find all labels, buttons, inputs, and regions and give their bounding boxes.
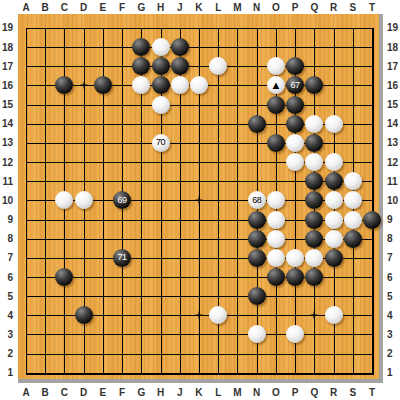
- intersection-P4[interactable]: [285, 306, 304, 325]
- intersection-P6[interactable]: [285, 267, 304, 286]
- intersection-T8[interactable]: [362, 229, 381, 248]
- intersection-J18[interactable]: [170, 38, 189, 57]
- intersection-S19[interactable]: [343, 18, 362, 37]
- intersection-R11[interactable]: [324, 172, 343, 191]
- intersection-F14[interactable]: [113, 114, 132, 133]
- intersection-M5[interactable]: [228, 287, 247, 306]
- intersection-M17[interactable]: [228, 57, 247, 76]
- intersection-P14[interactable]: [285, 114, 304, 133]
- intersection-L18[interactable]: [209, 38, 228, 57]
- intersection-R18[interactable]: [324, 38, 343, 57]
- intersection-Q6[interactable]: [305, 267, 324, 286]
- intersection-C7[interactable]: [55, 248, 74, 267]
- intersection-G5[interactable]: [132, 287, 151, 306]
- intersection-E17[interactable]: [93, 57, 112, 76]
- intersection-B1[interactable]: [36, 363, 55, 382]
- intersection-D13[interactable]: [74, 133, 93, 152]
- intersection-P7[interactable]: [285, 248, 304, 267]
- intersection-B15[interactable]: [36, 95, 55, 114]
- intersection-N18[interactable]: [247, 38, 266, 57]
- intersection-H13[interactable]: 70: [151, 133, 170, 152]
- intersection-T11[interactable]: [362, 172, 381, 191]
- intersection-Q3[interactable]: [305, 325, 324, 344]
- intersection-T7[interactable]: [362, 248, 381, 267]
- intersection-B9[interactable]: [36, 210, 55, 229]
- intersection-F18[interactable]: [113, 38, 132, 57]
- intersection-T18[interactable]: [362, 38, 381, 57]
- intersection-T9[interactable]: [362, 210, 381, 229]
- intersection-T13[interactable]: [362, 133, 381, 152]
- intersection-N14[interactable]: [247, 114, 266, 133]
- intersection-C4[interactable]: [55, 306, 74, 325]
- intersection-L19[interactable]: [209, 18, 228, 37]
- intersection-D8[interactable]: [74, 229, 93, 248]
- intersection-S11[interactable]: [343, 172, 362, 191]
- intersection-L13[interactable]: [209, 133, 228, 152]
- intersection-C12[interactable]: [55, 152, 74, 171]
- intersection-J6[interactable]: [170, 267, 189, 286]
- intersection-N16[interactable]: [247, 76, 266, 95]
- intersection-A2[interactable]: [16, 344, 35, 363]
- intersection-H5[interactable]: [151, 287, 170, 306]
- intersection-T6[interactable]: [362, 267, 381, 286]
- intersection-D12[interactable]: [74, 152, 93, 171]
- intersection-O5[interactable]: [266, 287, 285, 306]
- intersection-O14[interactable]: [266, 114, 285, 133]
- intersection-S12[interactable]: [343, 152, 362, 171]
- intersection-K3[interactable]: [189, 325, 208, 344]
- intersection-M10[interactable]: [228, 191, 247, 210]
- intersection-R1[interactable]: [324, 363, 343, 382]
- intersection-R5[interactable]: [324, 287, 343, 306]
- intersection-D9[interactable]: [74, 210, 93, 229]
- intersection-T1[interactable]: [362, 363, 381, 382]
- intersection-J4[interactable]: [170, 306, 189, 325]
- intersection-Q13[interactable]: [305, 133, 324, 152]
- intersection-C18[interactable]: [55, 38, 74, 57]
- intersection-F10[interactable]: 69: [113, 191, 132, 210]
- intersection-C13[interactable]: [55, 133, 74, 152]
- intersection-O19[interactable]: [266, 18, 285, 37]
- intersection-K15[interactable]: [189, 95, 208, 114]
- intersection-J9[interactable]: [170, 210, 189, 229]
- intersection-E19[interactable]: [93, 18, 112, 37]
- intersection-R16[interactable]: [324, 76, 343, 95]
- intersection-G17[interactable]: [132, 57, 151, 76]
- intersection-K6[interactable]: [189, 267, 208, 286]
- intersection-O11[interactable]: [266, 172, 285, 191]
- intersection-B5[interactable]: [36, 287, 55, 306]
- intersection-J10[interactable]: [170, 191, 189, 210]
- intersection-R14[interactable]: [324, 114, 343, 133]
- intersection-G2[interactable]: [132, 344, 151, 363]
- intersection-F11[interactable]: [113, 172, 132, 191]
- intersection-R2[interactable]: [324, 344, 343, 363]
- intersection-G4[interactable]: [132, 306, 151, 325]
- intersection-Q7[interactable]: [305, 248, 324, 267]
- intersection-G18[interactable]: [132, 38, 151, 57]
- intersection-D2[interactable]: [74, 344, 93, 363]
- intersection-S15[interactable]: [343, 95, 362, 114]
- intersection-D16[interactable]: [74, 76, 93, 95]
- intersection-S1[interactable]: [343, 363, 362, 382]
- intersection-S13[interactable]: [343, 133, 362, 152]
- intersection-R10[interactable]: [324, 191, 343, 210]
- intersection-N8[interactable]: [247, 229, 266, 248]
- intersection-S2[interactable]: [343, 344, 362, 363]
- intersection-S6[interactable]: [343, 267, 362, 286]
- intersection-S7[interactable]: [343, 248, 362, 267]
- intersection-N12[interactable]: [247, 152, 266, 171]
- intersection-T2[interactable]: [362, 344, 381, 363]
- intersection-F1[interactable]: [113, 363, 132, 382]
- intersection-K7[interactable]: [189, 248, 208, 267]
- intersection-Q5[interactable]: [305, 287, 324, 306]
- intersection-P10[interactable]: [285, 191, 304, 210]
- intersection-O13[interactable]: [266, 133, 285, 152]
- intersection-B8[interactable]: [36, 229, 55, 248]
- intersection-L10[interactable]: [209, 191, 228, 210]
- intersection-A9[interactable]: [16, 210, 35, 229]
- intersection-J1[interactable]: [170, 363, 189, 382]
- intersection-A14[interactable]: [16, 114, 35, 133]
- intersection-T15[interactable]: [362, 95, 381, 114]
- intersection-R6[interactable]: [324, 267, 343, 286]
- intersection-F5[interactable]: [113, 287, 132, 306]
- intersection-J15[interactable]: [170, 95, 189, 114]
- intersection-H12[interactable]: [151, 152, 170, 171]
- intersection-F2[interactable]: [113, 344, 132, 363]
- intersection-C14[interactable]: [55, 114, 74, 133]
- intersection-F3[interactable]: [113, 325, 132, 344]
- intersection-E8[interactable]: [93, 229, 112, 248]
- intersection-C19[interactable]: [55, 18, 74, 37]
- intersection-Q12[interactable]: [305, 152, 324, 171]
- intersection-K12[interactable]: [189, 152, 208, 171]
- intersection-D10[interactable]: [74, 191, 93, 210]
- intersection-L5[interactable]: [209, 287, 228, 306]
- intersection-H10[interactable]: [151, 191, 170, 210]
- intersection-T16[interactable]: [362, 76, 381, 95]
- intersection-T4[interactable]: [362, 306, 381, 325]
- intersection-C15[interactable]: [55, 95, 74, 114]
- intersection-B13[interactable]: [36, 133, 55, 152]
- intersection-D1[interactable]: [74, 363, 93, 382]
- intersection-E6[interactable]: [93, 267, 112, 286]
- intersection-K8[interactable]: [189, 229, 208, 248]
- intersection-L6[interactable]: [209, 267, 228, 286]
- intersection-L4[interactable]: [209, 306, 228, 325]
- intersection-R7[interactable]: [324, 248, 343, 267]
- intersection-O3[interactable]: [266, 325, 285, 344]
- intersection-L16[interactable]: [209, 76, 228, 95]
- intersection-N17[interactable]: [247, 57, 266, 76]
- intersection-M1[interactable]: [228, 363, 247, 382]
- intersection-G1[interactable]: [132, 363, 151, 382]
- intersection-H7[interactable]: [151, 248, 170, 267]
- intersection-L15[interactable]: [209, 95, 228, 114]
- intersection-Q10[interactable]: [305, 191, 324, 210]
- intersection-N15[interactable]: [247, 95, 266, 114]
- intersection-A3[interactable]: [16, 325, 35, 344]
- intersection-B19[interactable]: [36, 18, 55, 37]
- intersection-J19[interactable]: [170, 18, 189, 37]
- intersection-B3[interactable]: [36, 325, 55, 344]
- intersection-A12[interactable]: [16, 152, 35, 171]
- intersection-H9[interactable]: [151, 210, 170, 229]
- intersection-O18[interactable]: [266, 38, 285, 57]
- intersection-T17[interactable]: [362, 57, 381, 76]
- intersection-K5[interactable]: [189, 287, 208, 306]
- intersection-R13[interactable]: [324, 133, 343, 152]
- intersection-Q11[interactable]: [305, 172, 324, 191]
- intersection-M9[interactable]: [228, 210, 247, 229]
- intersection-L17[interactable]: [209, 57, 228, 76]
- intersection-Q14[interactable]: [305, 114, 324, 133]
- intersection-O12[interactable]: [266, 152, 285, 171]
- intersection-B17[interactable]: [36, 57, 55, 76]
- intersection-A10[interactable]: [16, 191, 35, 210]
- intersection-D7[interactable]: [74, 248, 93, 267]
- intersection-G13[interactable]: [132, 133, 151, 152]
- intersection-C6[interactable]: [55, 267, 74, 286]
- intersection-S10[interactable]: [343, 191, 362, 210]
- intersection-S18[interactable]: [343, 38, 362, 57]
- intersection-R12[interactable]: [324, 152, 343, 171]
- intersection-Q9[interactable]: [305, 210, 324, 229]
- intersection-J8[interactable]: [170, 229, 189, 248]
- intersection-T3[interactable]: [362, 325, 381, 344]
- intersection-G6[interactable]: [132, 267, 151, 286]
- intersection-K10[interactable]: [189, 191, 208, 210]
- intersection-J16[interactable]: [170, 76, 189, 95]
- intersection-L7[interactable]: [209, 248, 228, 267]
- intersection-M14[interactable]: [228, 114, 247, 133]
- intersection-A18[interactable]: [16, 38, 35, 57]
- intersection-L8[interactable]: [209, 229, 228, 248]
- intersection-P5[interactable]: [285, 287, 304, 306]
- intersection-F13[interactable]: [113, 133, 132, 152]
- intersection-L1[interactable]: [209, 363, 228, 382]
- intersection-A17[interactable]: [16, 57, 35, 76]
- intersection-R4[interactable]: [324, 306, 343, 325]
- intersection-D4[interactable]: [74, 306, 93, 325]
- intersection-K14[interactable]: [189, 114, 208, 133]
- intersection-C2[interactable]: [55, 344, 74, 363]
- intersection-L9[interactable]: [209, 210, 228, 229]
- intersection-G7[interactable]: [132, 248, 151, 267]
- intersection-E13[interactable]: [93, 133, 112, 152]
- intersection-N9[interactable]: [247, 210, 266, 229]
- intersection-S9[interactable]: [343, 210, 362, 229]
- intersection-Q18[interactable]: [305, 38, 324, 57]
- intersection-K9[interactable]: [189, 210, 208, 229]
- intersection-E18[interactable]: [93, 38, 112, 57]
- intersection-D5[interactable]: [74, 287, 93, 306]
- intersection-O10[interactable]: [266, 191, 285, 210]
- intersection-B12[interactable]: [36, 152, 55, 171]
- intersection-K11[interactable]: [189, 172, 208, 191]
- intersection-D11[interactable]: [74, 172, 93, 191]
- intersection-E15[interactable]: [93, 95, 112, 114]
- intersection-R15[interactable]: [324, 95, 343, 114]
- intersection-C11[interactable]: [55, 172, 74, 191]
- intersection-D18[interactable]: [74, 38, 93, 57]
- intersection-G16[interactable]: [132, 76, 151, 95]
- intersection-H19[interactable]: [151, 18, 170, 37]
- intersection-L11[interactable]: [209, 172, 228, 191]
- intersection-K2[interactable]: [189, 344, 208, 363]
- intersection-B6[interactable]: [36, 267, 55, 286]
- intersection-R17[interactable]: [324, 57, 343, 76]
- intersection-K4[interactable]: [189, 306, 208, 325]
- intersection-P18[interactable]: [285, 38, 304, 57]
- intersection-N7[interactable]: [247, 248, 266, 267]
- intersection-M7[interactable]: [228, 248, 247, 267]
- intersection-S17[interactable]: [343, 57, 362, 76]
- intersection-L14[interactable]: [209, 114, 228, 133]
- intersection-J17[interactable]: [170, 57, 189, 76]
- intersection-H14[interactable]: [151, 114, 170, 133]
- intersection-A1[interactable]: [16, 363, 35, 382]
- intersection-R3[interactable]: [324, 325, 343, 344]
- intersection-R19[interactable]: [324, 18, 343, 37]
- intersection-P17[interactable]: [285, 57, 304, 76]
- intersection-O4[interactable]: [266, 306, 285, 325]
- intersection-J7[interactable]: [170, 248, 189, 267]
- intersection-O6[interactable]: [266, 267, 285, 286]
- intersection-S8[interactable]: [343, 229, 362, 248]
- intersection-E12[interactable]: [93, 152, 112, 171]
- intersection-H11[interactable]: [151, 172, 170, 191]
- intersection-M6[interactable]: [228, 267, 247, 286]
- intersection-E1[interactable]: [93, 363, 112, 382]
- intersection-Q17[interactable]: [305, 57, 324, 76]
- intersection-N11[interactable]: [247, 172, 266, 191]
- intersection-G14[interactable]: [132, 114, 151, 133]
- intersection-E2[interactable]: [93, 344, 112, 363]
- intersection-H8[interactable]: [151, 229, 170, 248]
- intersection-C5[interactable]: [55, 287, 74, 306]
- intersection-A19[interactable]: [16, 18, 35, 37]
- intersection-H15[interactable]: [151, 95, 170, 114]
- intersection-O2[interactable]: [266, 344, 285, 363]
- intersection-K19[interactable]: [189, 18, 208, 37]
- intersection-A15[interactable]: [16, 95, 35, 114]
- intersection-C16[interactable]: [55, 76, 74, 95]
- intersection-E7[interactable]: [93, 248, 112, 267]
- intersection-C10[interactable]: [55, 191, 74, 210]
- intersection-Q4[interactable]: [305, 306, 324, 325]
- intersection-O17[interactable]: [266, 57, 285, 76]
- intersection-B16[interactable]: [36, 76, 55, 95]
- intersection-M16[interactable]: [228, 76, 247, 95]
- intersection-B4[interactable]: [36, 306, 55, 325]
- intersection-P3[interactable]: [285, 325, 304, 344]
- intersection-F19[interactable]: [113, 18, 132, 37]
- intersection-P12[interactable]: [285, 152, 304, 171]
- intersection-H16[interactable]: [151, 76, 170, 95]
- intersection-Q15[interactable]: [305, 95, 324, 114]
- intersection-C8[interactable]: [55, 229, 74, 248]
- intersection-S5[interactable]: [343, 287, 362, 306]
- intersection-H2[interactable]: [151, 344, 170, 363]
- intersection-Q1[interactable]: [305, 363, 324, 382]
- intersection-P1[interactable]: [285, 363, 304, 382]
- intersection-F9[interactable]: [113, 210, 132, 229]
- intersection-H1[interactable]: [151, 363, 170, 382]
- intersection-T14[interactable]: [362, 114, 381, 133]
- intersection-F6[interactable]: [113, 267, 132, 286]
- intersection-A7[interactable]: [16, 248, 35, 267]
- intersection-O7[interactable]: [266, 248, 285, 267]
- intersection-T10[interactable]: [362, 191, 381, 210]
- intersection-G19[interactable]: [132, 18, 151, 37]
- intersection-Q16[interactable]: [305, 76, 324, 95]
- intersection-F15[interactable]: [113, 95, 132, 114]
- intersection-H3[interactable]: [151, 325, 170, 344]
- intersection-D3[interactable]: [74, 325, 93, 344]
- intersection-A11[interactable]: [16, 172, 35, 191]
- intersection-J2[interactable]: [170, 344, 189, 363]
- intersection-M2[interactable]: [228, 344, 247, 363]
- intersection-J11[interactable]: [170, 172, 189, 191]
- intersection-F8[interactable]: [113, 229, 132, 248]
- intersection-D19[interactable]: [74, 18, 93, 37]
- intersection-C3[interactable]: [55, 325, 74, 344]
- intersection-E9[interactable]: [93, 210, 112, 229]
- intersection-G12[interactable]: [132, 152, 151, 171]
- intersection-F12[interactable]: [113, 152, 132, 171]
- intersection-D15[interactable]: [74, 95, 93, 114]
- intersection-L2[interactable]: [209, 344, 228, 363]
- intersection-T5[interactable]: [362, 287, 381, 306]
- intersection-M13[interactable]: [228, 133, 247, 152]
- intersection-M19[interactable]: [228, 18, 247, 37]
- intersection-F7[interactable]: 71: [113, 248, 132, 267]
- intersection-O8[interactable]: [266, 229, 285, 248]
- intersection-N19[interactable]: [247, 18, 266, 37]
- intersection-K18[interactable]: [189, 38, 208, 57]
- intersection-Q19[interactable]: [305, 18, 324, 37]
- intersection-R9[interactable]: [324, 210, 343, 229]
- intersection-K13[interactable]: [189, 133, 208, 152]
- intersection-F16[interactable]: [113, 76, 132, 95]
- intersection-E14[interactable]: [93, 114, 112, 133]
- intersection-N2[interactable]: [247, 344, 266, 363]
- intersection-C17[interactable]: [55, 57, 74, 76]
- intersection-M8[interactable]: [228, 229, 247, 248]
- intersection-N3[interactable]: [247, 325, 266, 344]
- intersection-N1[interactable]: [247, 363, 266, 382]
- intersection-B14[interactable]: [36, 114, 55, 133]
- intersection-Q8[interactable]: [305, 229, 324, 248]
- intersection-G11[interactable]: [132, 172, 151, 191]
- intersection-A6[interactable]: [16, 267, 35, 286]
- intersection-O16[interactable]: ▲: [266, 76, 285, 95]
- intersection-B18[interactable]: [36, 38, 55, 57]
- intersection-M15[interactable]: [228, 95, 247, 114]
- intersection-J12[interactable]: [170, 152, 189, 171]
- intersection-P13[interactable]: [285, 133, 304, 152]
- intersection-S16[interactable]: [343, 76, 362, 95]
- intersection-A5[interactable]: [16, 287, 35, 306]
- intersection-D17[interactable]: [74, 57, 93, 76]
- intersection-C1[interactable]: [55, 363, 74, 382]
- intersection-L12[interactable]: [209, 152, 228, 171]
- intersection-O15[interactable]: [266, 95, 285, 114]
- intersection-M3[interactable]: [228, 325, 247, 344]
